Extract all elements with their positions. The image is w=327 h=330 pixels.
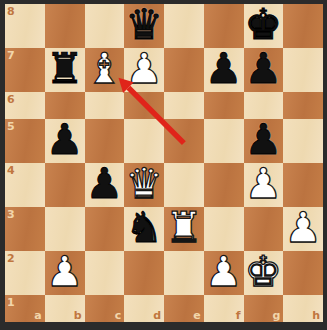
square-f5[interactable] bbox=[204, 119, 244, 163]
chess-board: 8♛♚7♜♝♟♟♟65♟♟4♟♛♟3♞♜♟2♟♟♚1abcdefgh bbox=[5, 4, 323, 322]
square-c4[interactable]: ♟ bbox=[85, 163, 125, 207]
square-e2[interactable] bbox=[164, 251, 204, 295]
square-f4[interactable] bbox=[204, 163, 244, 207]
square-h7[interactable] bbox=[283, 48, 323, 92]
file-label-d: d bbox=[153, 310, 161, 321]
square-b8[interactable] bbox=[45, 4, 85, 48]
square-e4[interactable] bbox=[164, 163, 204, 207]
square-c6[interactable] bbox=[85, 92, 125, 119]
file-label-f: f bbox=[236, 310, 241, 321]
square-h1[interactable]: h bbox=[283, 295, 323, 322]
square-e8[interactable] bbox=[164, 4, 204, 48]
piece-black-pawn-c4[interactable]: ♟ bbox=[85, 163, 125, 207]
piece-black-pawn-g7[interactable]: ♟ bbox=[244, 48, 284, 92]
square-g4[interactable]: ♟ bbox=[244, 163, 284, 207]
square-c7[interactable]: ♝ bbox=[85, 48, 125, 92]
board-frame: 8♛♚7♜♝♟♟♟65♟♟4♟♛♟3♞♜♟2♟♟♚1abcdefgh bbox=[0, 0, 327, 330]
square-d4[interactable]: ♛ bbox=[124, 163, 164, 207]
square-b5[interactable]: ♟ bbox=[45, 119, 85, 163]
square-h4[interactable] bbox=[283, 163, 323, 207]
square-c1[interactable]: c bbox=[85, 295, 125, 322]
piece-white-bishop-c7[interactable]: ♝ bbox=[85, 48, 125, 92]
square-a8[interactable]: 8 bbox=[5, 4, 45, 48]
square-d8[interactable]: ♛ bbox=[124, 4, 164, 48]
square-e6[interactable] bbox=[164, 92, 204, 119]
square-g1[interactable]: g bbox=[244, 295, 284, 322]
square-d2[interactable] bbox=[124, 251, 164, 295]
piece-black-pawn-b5[interactable]: ♟ bbox=[45, 119, 85, 163]
square-d1[interactable]: d bbox=[124, 295, 164, 322]
square-h8[interactable] bbox=[283, 4, 323, 48]
square-f7[interactable]: ♟ bbox=[204, 48, 244, 92]
square-b1[interactable]: b bbox=[45, 295, 85, 322]
square-g2[interactable]: ♚ bbox=[244, 251, 284, 295]
square-h2[interactable] bbox=[283, 251, 323, 295]
square-g3[interactable] bbox=[244, 207, 284, 251]
square-a4[interactable]: 4 bbox=[5, 163, 45, 207]
square-b2[interactable]: ♟ bbox=[45, 251, 85, 295]
square-g5[interactable]: ♟ bbox=[244, 119, 284, 163]
square-a3[interactable]: 3 bbox=[5, 207, 45, 251]
square-f2[interactable]: ♟ bbox=[204, 251, 244, 295]
piece-black-queen-d8[interactable]: ♛ bbox=[124, 4, 164, 48]
square-b3[interactable] bbox=[45, 207, 85, 251]
square-f3[interactable] bbox=[204, 207, 244, 251]
piece-white-pawn-d7[interactable]: ♟ bbox=[124, 48, 164, 92]
rank-label-8: 8 bbox=[7, 6, 15, 17]
rank-label-1: 1 bbox=[7, 297, 15, 308]
file-label-g: g bbox=[272, 310, 280, 321]
piece-white-pawn-h3[interactable]: ♟ bbox=[283, 207, 323, 251]
piece-white-pawn-f2[interactable]: ♟ bbox=[204, 251, 244, 295]
square-a7[interactable]: 7 bbox=[5, 48, 45, 92]
piece-white-king-g2[interactable]: ♚ bbox=[244, 251, 284, 295]
file-label-e: e bbox=[193, 310, 200, 321]
piece-white-pawn-b2[interactable]: ♟ bbox=[45, 251, 85, 295]
square-g8[interactable]: ♚ bbox=[244, 4, 284, 48]
square-h5[interactable] bbox=[283, 119, 323, 163]
rank-label-6: 6 bbox=[7, 94, 15, 105]
piece-black-king-g8[interactable]: ♚ bbox=[244, 4, 284, 48]
square-c5[interactable] bbox=[85, 119, 125, 163]
file-label-b: b bbox=[74, 310, 82, 321]
square-c8[interactable] bbox=[85, 4, 125, 48]
square-d7[interactable]: ♟ bbox=[124, 48, 164, 92]
square-e3[interactable]: ♜ bbox=[164, 207, 204, 251]
square-e1[interactable]: e bbox=[164, 295, 204, 322]
piece-black-knight-d3[interactable]: ♞ bbox=[124, 207, 164, 251]
file-label-h: h bbox=[312, 310, 320, 321]
square-c2[interactable] bbox=[85, 251, 125, 295]
square-a1[interactable]: 1a bbox=[5, 295, 45, 322]
square-f6[interactable] bbox=[204, 92, 244, 119]
square-e7[interactable] bbox=[164, 48, 204, 92]
square-a5[interactable]: 5 bbox=[5, 119, 45, 163]
square-a6[interactable]: 6 bbox=[5, 92, 45, 119]
file-label-c: c bbox=[115, 310, 122, 321]
square-h3[interactable]: ♟ bbox=[283, 207, 323, 251]
square-d3[interactable]: ♞ bbox=[124, 207, 164, 251]
square-g7[interactable]: ♟ bbox=[244, 48, 284, 92]
square-e5[interactable] bbox=[164, 119, 204, 163]
square-b4[interactable] bbox=[45, 163, 85, 207]
piece-white-rook-e3[interactable]: ♜ bbox=[164, 207, 204, 251]
piece-white-pawn-g4[interactable]: ♟ bbox=[244, 163, 284, 207]
file-label-a: a bbox=[34, 310, 41, 321]
piece-black-pawn-f7[interactable]: ♟ bbox=[204, 48, 244, 92]
square-d5[interactable] bbox=[124, 119, 164, 163]
rank-label-3: 3 bbox=[7, 209, 15, 220]
rank-label-4: 4 bbox=[7, 165, 15, 176]
rank-label-7: 7 bbox=[7, 50, 15, 61]
square-d6[interactable] bbox=[124, 92, 164, 119]
square-c3[interactable] bbox=[85, 207, 125, 251]
square-b7[interactable]: ♜ bbox=[45, 48, 85, 92]
piece-white-queen-d4[interactable]: ♛ bbox=[124, 163, 164, 207]
rank-label-5: 5 bbox=[7, 121, 15, 132]
square-f8[interactable] bbox=[204, 4, 244, 48]
square-f1[interactable]: f bbox=[204, 295, 244, 322]
piece-black-pawn-g5[interactable]: ♟ bbox=[244, 119, 284, 163]
rank-label-2: 2 bbox=[7, 253, 15, 264]
square-h6[interactable] bbox=[283, 92, 323, 119]
square-a2[interactable]: 2 bbox=[5, 251, 45, 295]
piece-black-rook-b7[interactable]: ♜ bbox=[45, 48, 85, 92]
